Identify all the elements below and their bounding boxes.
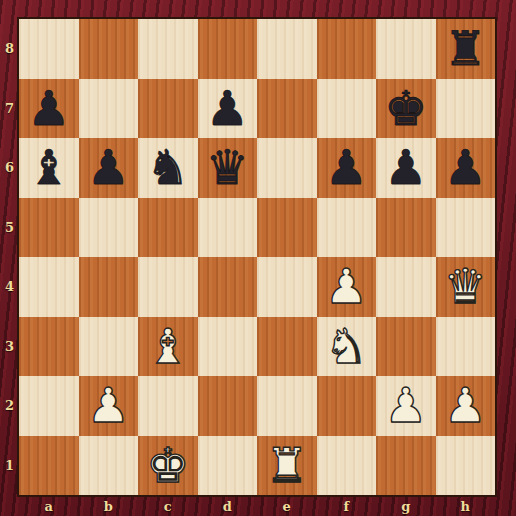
file-label-a: a	[19, 496, 79, 516]
piece-black-queen: ♛	[198, 138, 258, 198]
square-b1[interactable]	[79, 436, 139, 496]
square-d3[interactable]	[198, 317, 258, 377]
square-e6[interactable]	[257, 138, 317, 198]
square-a7[interactable]: ♟	[19, 79, 79, 139]
square-c3[interactable]: ♝	[138, 317, 198, 377]
chess-board: ♜♟♟♚♝♟♞♛♟♟♟♟♛♝♞♟♟♟♚♜	[19, 19, 495, 495]
piece-black-rook: ♜	[436, 19, 496, 79]
piece-white-pawn: ♟	[79, 376, 139, 436]
piece-black-pawn: ♟	[19, 79, 79, 139]
square-f3[interactable]: ♞	[317, 317, 377, 377]
square-a2[interactable]	[19, 376, 79, 436]
piece-white-bishop: ♝	[138, 317, 198, 377]
square-c5[interactable]	[138, 198, 198, 258]
square-f2[interactable]	[317, 376, 377, 436]
square-c4[interactable]	[138, 257, 198, 317]
square-g7[interactable]: ♚	[376, 79, 436, 139]
rank-label-8: 8	[0, 19, 19, 79]
square-a8[interactable]	[19, 19, 79, 79]
square-d7[interactable]: ♟	[198, 79, 258, 139]
square-c1[interactable]: ♚	[138, 436, 198, 496]
file-coordinates: abcdefgh	[19, 496, 495, 516]
square-g5[interactable]	[376, 198, 436, 258]
square-h5[interactable]	[436, 198, 496, 258]
square-d2[interactable]	[198, 376, 258, 436]
square-b6[interactable]: ♟	[79, 138, 139, 198]
square-b7[interactable]	[79, 79, 139, 139]
piece-white-king: ♚	[138, 436, 198, 496]
piece-black-bishop: ♝	[19, 138, 79, 198]
square-f6[interactable]: ♟	[317, 138, 377, 198]
square-h7[interactable]	[436, 79, 496, 139]
piece-black-knight: ♞	[138, 138, 198, 198]
square-g4[interactable]	[376, 257, 436, 317]
square-a1[interactable]	[19, 436, 79, 496]
piece-white-queen: ♛	[436, 257, 496, 317]
square-c7[interactable]	[138, 79, 198, 139]
rank-label-6: 6	[0, 138, 19, 198]
square-h8[interactable]: ♜	[436, 19, 496, 79]
square-g6[interactable]: ♟	[376, 138, 436, 198]
rank-label-7: 7	[0, 79, 19, 139]
square-f4[interactable]: ♟	[317, 257, 377, 317]
piece-white-knight: ♞	[317, 317, 377, 377]
square-e1[interactable]: ♜	[257, 436, 317, 496]
square-b4[interactable]	[79, 257, 139, 317]
square-b5[interactable]	[79, 198, 139, 258]
rank-label-2: 2	[0, 376, 19, 436]
square-h1[interactable]	[436, 436, 496, 496]
square-h4[interactable]: ♛	[436, 257, 496, 317]
square-b8[interactable]	[79, 19, 139, 79]
file-label-e: e	[257, 496, 317, 516]
square-d4[interactable]	[198, 257, 258, 317]
piece-white-pawn: ♟	[317, 257, 377, 317]
rank-coordinates: 87654321	[0, 19, 19, 495]
square-g1[interactable]	[376, 436, 436, 496]
square-e4[interactable]	[257, 257, 317, 317]
file-label-f: f	[317, 496, 377, 516]
file-label-h: h	[436, 496, 496, 516]
square-d6[interactable]: ♛	[198, 138, 258, 198]
square-h6[interactable]: ♟	[436, 138, 496, 198]
square-f1[interactable]	[317, 436, 377, 496]
piece-black-pawn: ♟	[79, 138, 139, 198]
square-a5[interactable]	[19, 198, 79, 258]
square-h3[interactable]	[436, 317, 496, 377]
file-label-g: g	[376, 496, 436, 516]
piece-black-pawn: ♟	[436, 138, 496, 198]
square-d5[interactable]	[198, 198, 258, 258]
file-label-d: d	[198, 496, 258, 516]
piece-black-pawn: ♟	[317, 138, 377, 198]
square-c2[interactable]	[138, 376, 198, 436]
square-e2[interactable]	[257, 376, 317, 436]
piece-white-rook: ♜	[257, 436, 317, 496]
square-a4[interactable]	[19, 257, 79, 317]
piece-black-king: ♚	[376, 79, 436, 139]
square-b3[interactable]	[79, 317, 139, 377]
square-g2[interactable]: ♟	[376, 376, 436, 436]
square-a3[interactable]	[19, 317, 79, 377]
square-g3[interactable]	[376, 317, 436, 377]
square-d1[interactable]	[198, 436, 258, 496]
piece-white-pawn: ♟	[436, 376, 496, 436]
square-f7[interactable]	[317, 79, 377, 139]
file-label-b: b	[79, 496, 139, 516]
file-label-c: c	[138, 496, 198, 516]
rank-label-5: 5	[0, 198, 19, 258]
square-c6[interactable]: ♞	[138, 138, 198, 198]
square-g8[interactable]	[376, 19, 436, 79]
square-e3[interactable]	[257, 317, 317, 377]
square-e8[interactable]	[257, 19, 317, 79]
piece-black-pawn: ♟	[376, 138, 436, 198]
square-f8[interactable]	[317, 19, 377, 79]
square-h2[interactable]: ♟	[436, 376, 496, 436]
square-e7[interactable]	[257, 79, 317, 139]
square-f5[interactable]	[317, 198, 377, 258]
piece-white-pawn: ♟	[376, 376, 436, 436]
rank-label-4: 4	[0, 257, 19, 317]
square-d8[interactable]	[198, 19, 258, 79]
square-b2[interactable]: ♟	[79, 376, 139, 436]
rank-label-1: 1	[0, 436, 19, 496]
piece-black-pawn: ♟	[198, 79, 258, 139]
rank-label-3: 3	[0, 317, 19, 377]
square-e5[interactable]	[257, 198, 317, 258]
square-c8[interactable]	[138, 19, 198, 79]
square-a6[interactable]: ♝	[19, 138, 79, 198]
chess-diagram: 87654321 abcdefgh ♜♟♟♚♝♟♞♛♟♟♟♟♛♝♞♟♟♟♚♜	[0, 0, 516, 516]
